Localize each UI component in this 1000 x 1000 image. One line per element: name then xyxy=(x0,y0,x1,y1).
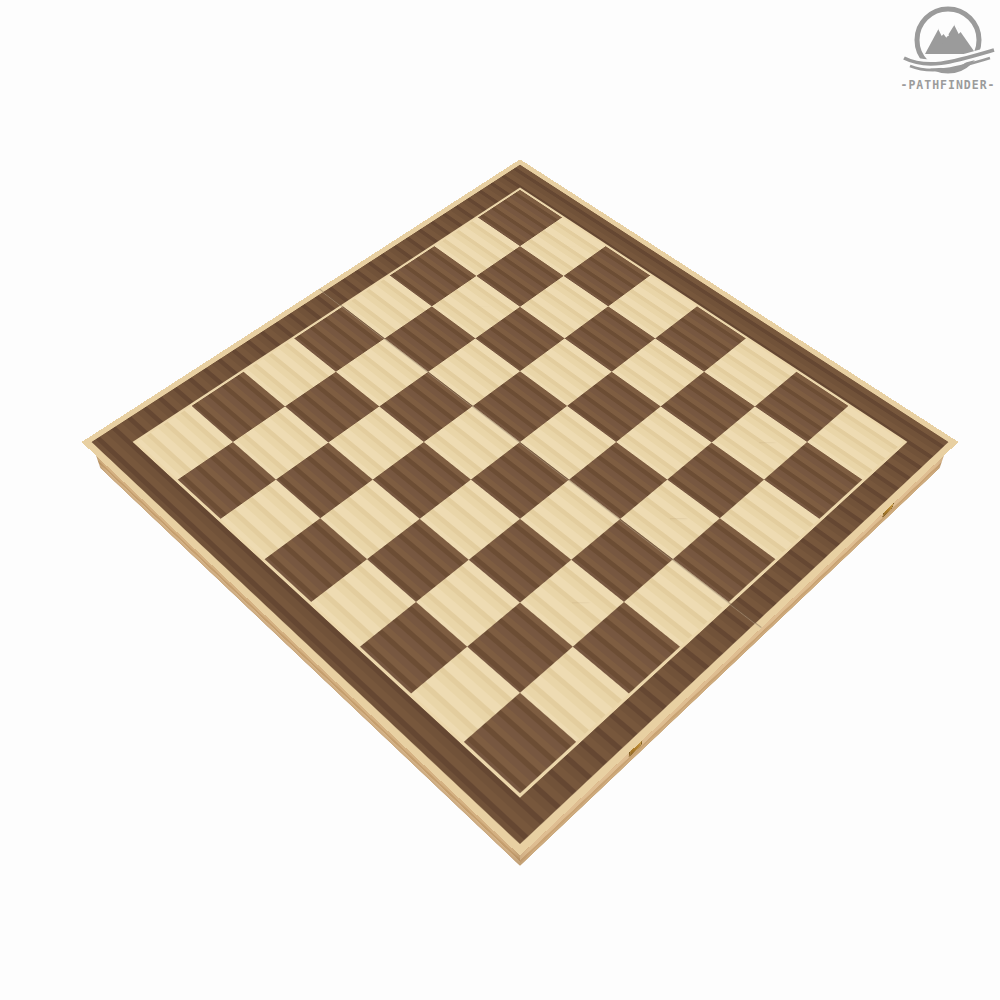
black-pawn-icon: ♟ xyxy=(362,330,402,374)
black-pawn-icon: ♟ xyxy=(544,208,581,249)
white-pawn-icon: ♟ xyxy=(550,555,595,605)
black-pawn-icon: ♟ xyxy=(260,399,301,445)
black-rook-icon: ♜ xyxy=(496,168,543,220)
logo-text: -PATHFINDER- xyxy=(892,78,1000,92)
black-pawn-icon: ♟ xyxy=(205,436,247,483)
white-pawn-icon: ♟ xyxy=(600,513,644,562)
black-bishop-icon: ♝ xyxy=(261,311,318,374)
black-pawn-icon: ♟ xyxy=(457,267,495,310)
board-3d: ♜♞♝♚♛♝♞♜♟♟♟♟♟♟♟♟♟♟♟♟♟♟♟♜♝♛♚♝♞♜ xyxy=(82,159,959,855)
black-pawn-icon: ♟ xyxy=(410,298,449,341)
white-rook-icon: ♜ xyxy=(544,628,605,696)
black-pawn-icon: ♟ xyxy=(501,237,538,279)
black-pawn-icon: ♟ xyxy=(312,364,352,409)
pathfinder-logo: -PATHFINDER- xyxy=(898,2,998,102)
black-rook-icon: ♜ xyxy=(158,385,212,445)
clasp-icon xyxy=(882,497,896,518)
product-photo: -PATHFINDER- ♜♞♝♚♛♝♞♜♟♟♟♟♟♟♟♟♟♟♟♟♟♟♟♜♝♛♚… xyxy=(0,0,1000,1000)
white-pawn-icon: ♟ xyxy=(781,364,821,409)
white-pawn-icon: ♟ xyxy=(497,599,543,650)
clasp-icon xyxy=(629,734,643,757)
mountain-wave-icon xyxy=(898,2,998,80)
black-knight-icon: ♞ xyxy=(210,346,266,409)
